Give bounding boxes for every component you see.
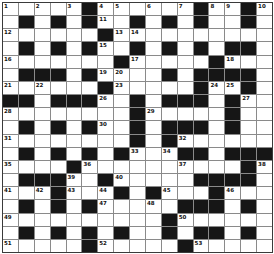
white-cell-r13c14[interactable] — [209, 161, 224, 173]
white-cell-r13c11[interactable] — [162, 161, 177, 173]
clue-number-53: 53 — [195, 240, 203, 246]
white-cell-r9c4[interactable] — [51, 108, 66, 120]
white-cell-r19c16[interactable] — [241, 240, 256, 252]
black-cell-r7c16 — [241, 82, 256, 94]
white-cell-r10c8[interactable] — [114, 121, 129, 133]
white-cell-r15c13[interactable] — [194, 187, 209, 199]
white-cell-r6c9[interactable] — [130, 69, 145, 81]
white-cell-r13c7[interactable] — [98, 161, 113, 173]
white-cell-r16c17[interactable] — [257, 200, 272, 212]
white-cell-r6c17[interactable] — [257, 69, 272, 81]
white-cell-r5c11[interactable] — [162, 56, 177, 68]
white-cell-r13c1[interactable]: 35 — [3, 161, 18, 173]
white-cell-r19c14[interactable] — [209, 240, 224, 252]
white-cell-r16c10[interactable]: 48 — [146, 200, 161, 212]
white-cell-r18c7[interactable] — [98, 227, 113, 239]
white-cell-r12c11[interactable]: 34 — [162, 148, 177, 160]
white-cell-r17c1[interactable]: 49 — [3, 214, 18, 226]
white-cell-r10c5[interactable] — [67, 121, 82, 133]
white-cell-r6c1[interactable] — [3, 69, 18, 81]
white-cell-r8c14[interactable] — [209, 95, 224, 107]
black-cell-r4c9 — [130, 42, 145, 54]
white-cell-r12c5[interactable] — [67, 148, 82, 160]
white-cell-r15c7[interactable]: 44 — [98, 187, 113, 199]
clue-number-5: 5 — [115, 3, 119, 9]
white-cell-r8c3[interactable] — [35, 95, 50, 107]
white-cell-r15c17[interactable] — [257, 187, 272, 199]
white-cell-r1c15[interactable]: 9 — [225, 3, 240, 15]
white-cell-r6c5[interactable] — [67, 69, 82, 81]
white-cell-r3c17[interactable] — [257, 29, 272, 41]
white-cell-r2c15[interactable] — [225, 16, 240, 28]
white-cell-r14c17[interactable] — [257, 174, 272, 186]
black-cell-r18c8 — [114, 227, 129, 239]
white-cell-r3c12[interactable] — [178, 29, 193, 41]
white-cell-r18c17[interactable] — [257, 227, 272, 239]
clue-number-51: 51 — [4, 240, 12, 246]
clue-number-29: 29 — [147, 108, 155, 114]
white-cell-r13c15[interactable] — [225, 161, 240, 173]
white-cell-r16c5[interactable] — [67, 200, 82, 212]
white-cell-r10c7[interactable]: 30 — [98, 121, 113, 133]
black-cell-r18c2 — [19, 227, 34, 239]
clue-number-16: 16 — [4, 56, 12, 62]
black-cell-r10c13 — [194, 121, 209, 133]
white-cell-r1c7[interactable]: 4 — [98, 3, 113, 15]
white-cell-r4c3[interactable] — [35, 42, 50, 54]
white-cell-r17c4[interactable] — [51, 214, 66, 226]
black-cell-r18c16 — [241, 227, 256, 239]
black-cell-r5c8 — [114, 56, 129, 68]
white-cell-r4c12[interactable] — [178, 42, 193, 54]
black-cell-r12c4 — [51, 148, 66, 160]
white-cell-r7c5[interactable] — [67, 82, 82, 94]
clue-number-14: 14 — [131, 29, 139, 35]
white-cell-r5c15[interactable]: 18 — [225, 56, 240, 68]
white-cell-r10c1[interactable] — [3, 121, 18, 133]
white-cell-r5c13[interactable] — [194, 56, 209, 68]
white-cell-r17c17[interactable] — [257, 214, 272, 226]
white-cell-r11c5[interactable] — [67, 135, 82, 147]
white-cell-r7c10[interactable] — [146, 82, 161, 94]
white-cell-r13c9[interactable] — [130, 161, 145, 173]
white-cell-r3c4[interactable] — [51, 29, 66, 41]
white-cell-r9c6[interactable] — [82, 108, 97, 120]
white-cell-r16c3[interactable] — [35, 200, 50, 212]
black-cell-r8c1 — [3, 95, 18, 107]
white-cell-r7c8[interactable]: 23 — [114, 82, 129, 94]
white-cell-r18c5[interactable] — [67, 227, 82, 239]
black-cell-r12c17 — [257, 148, 272, 160]
black-cell-r8c9 — [130, 95, 145, 107]
white-cell-r3c1[interactable]: 12 — [3, 29, 18, 41]
white-cell-r9c10[interactable]: 29 — [146, 108, 161, 120]
white-cell-r17c10[interactable] — [146, 214, 161, 226]
white-cell-r9c14[interactable] — [209, 108, 224, 120]
white-cell-r18c1[interactable] — [3, 227, 18, 239]
white-cell-r7c4[interactable] — [51, 82, 66, 94]
black-cell-r4c13 — [194, 42, 209, 54]
clue-number-10: 10 — [258, 3, 266, 9]
white-cell-r2c17[interactable] — [257, 16, 272, 28]
white-cell-r6c12[interactable] — [178, 69, 193, 81]
white-cell-r17c14[interactable] — [209, 214, 224, 226]
white-cell-r3c16[interactable] — [241, 29, 256, 41]
white-cell-r17c12[interactable]: 50 — [178, 214, 193, 226]
white-cell-r18c12[interactable] — [178, 227, 193, 239]
white-cell-r2c3[interactable] — [35, 16, 50, 28]
clue-number-23: 23 — [115, 82, 123, 88]
clue-number-37: 37 — [179, 161, 187, 167]
white-cell-r4c14[interactable] — [209, 42, 224, 54]
white-cell-r2c7[interactable]: 11 — [98, 16, 113, 28]
white-cell-r5c12[interactable] — [178, 56, 193, 68]
clue-number-31: 31 — [4, 135, 12, 141]
white-cell-r19c1[interactable]: 51 — [3, 240, 18, 252]
white-cell-r14c6[interactable] — [82, 174, 97, 186]
black-cell-r10c9 — [130, 121, 145, 133]
black-cell-r8c13 — [194, 95, 209, 107]
white-cell-r13c17[interactable]: 38 — [257, 161, 272, 173]
black-cell-r10c12 — [178, 121, 193, 133]
white-cell-r17c13[interactable] — [194, 214, 209, 226]
white-cell-r1c4[interactable] — [51, 3, 66, 15]
white-cell-r3c6[interactable] — [82, 29, 97, 41]
white-cell-r12c14[interactable] — [209, 148, 224, 160]
black-cell-r7c13 — [194, 82, 209, 94]
black-cell-r16c2 — [19, 200, 34, 212]
white-cell-r5c5[interactable] — [67, 56, 82, 68]
white-cell-r6c7[interactable]: 19 — [98, 69, 113, 81]
white-cell-r2c12[interactable] — [178, 16, 193, 28]
black-cell-r8c2 — [19, 95, 34, 107]
white-cell-r9c1[interactable]: 28 — [3, 108, 18, 120]
black-cell-r14c3 — [35, 174, 50, 186]
white-cell-r7c11[interactable] — [162, 82, 177, 94]
white-cell-r11c7[interactable] — [98, 135, 113, 147]
black-cell-r8c4 — [51, 95, 66, 107]
white-cell-r4c7[interactable]: 15 — [98, 42, 113, 54]
black-cell-r12c12 — [178, 148, 193, 160]
white-cell-r3c14[interactable] — [209, 29, 224, 41]
white-cell-r7c12[interactable] — [178, 82, 193, 94]
white-cell-r9c11[interactable] — [162, 108, 177, 120]
black-cell-r14c13 — [194, 174, 209, 186]
white-cell-r15c11[interactable]: 45 — [162, 187, 177, 199]
clue-number-35: 35 — [4, 161, 12, 167]
white-cell-r13c10[interactable] — [146, 161, 161, 173]
black-cell-r2c9 — [130, 16, 145, 28]
white-cell-r5c6[interactable] — [82, 56, 97, 68]
white-cell-r1c1[interactable]: 1 — [3, 3, 18, 15]
white-cell-r19c9[interactable] — [130, 240, 145, 252]
white-cell-r16c11[interactable] — [162, 200, 177, 212]
black-cell-r14c4 — [51, 174, 66, 186]
white-cell-r1c11[interactable] — [162, 3, 177, 15]
white-cell-r5c3[interactable] — [35, 56, 50, 68]
white-cell-r16c1[interactable] — [3, 200, 18, 212]
white-cell-r5c2[interactable] — [19, 56, 34, 68]
clue-number-30: 30 — [99, 121, 107, 127]
white-cell-r15c12[interactable] — [178, 187, 193, 199]
white-cell-r5c16[interactable] — [241, 56, 256, 68]
white-cell-r11c8[interactable] — [114, 135, 129, 147]
white-cell-r3c2[interactable] — [19, 29, 34, 41]
black-cell-r2c6 — [82, 16, 97, 28]
black-cell-r14c16 — [241, 174, 256, 186]
white-cell-r15c15[interactable]: 46 — [225, 187, 240, 199]
white-cell-r5c17[interactable] — [257, 56, 272, 68]
white-cell-r14c11[interactable] — [162, 174, 177, 186]
white-cell-r2c14[interactable] — [209, 16, 224, 28]
black-cell-r18c6 — [82, 227, 97, 239]
black-cell-r9c15 — [225, 108, 240, 120]
clue-number-25: 25 — [226, 82, 234, 88]
white-cell-r5c7[interactable] — [98, 56, 113, 68]
white-cell-r1c8[interactable]: 5 — [114, 3, 129, 15]
black-cell-r2c13 — [194, 16, 209, 28]
white-cell-r11c12[interactable]: 32 — [178, 135, 193, 147]
white-cell-r8c7[interactable]: 26 — [98, 95, 113, 107]
white-cell-r11c13[interactable] — [194, 135, 209, 147]
white-cell-r12c10[interactable] — [146, 148, 161, 160]
white-cell-r4c10[interactable] — [146, 42, 161, 54]
white-cell-r11c2[interactable] — [19, 135, 34, 147]
clue-number-19: 19 — [99, 69, 107, 75]
white-cell-r3c5[interactable] — [67, 29, 82, 41]
white-cell-r19c4[interactable] — [51, 240, 66, 252]
white-cell-r10c14[interactable] — [209, 121, 224, 133]
white-cell-r9c8[interactable] — [114, 108, 129, 120]
black-cell-r6c6 — [82, 69, 97, 81]
white-cell-r19c11[interactable] — [162, 240, 177, 252]
white-cell-r1c5[interactable]: 3 — [67, 3, 82, 15]
white-cell-r17c5[interactable] — [67, 214, 82, 226]
white-cell-r8c8[interactable] — [114, 95, 129, 107]
white-cell-r11c1[interactable]: 31 — [3, 135, 18, 147]
white-cell-r6c10[interactable] — [146, 69, 161, 81]
white-cell-r17c3[interactable] — [35, 214, 50, 226]
white-cell-r10c16[interactable] — [241, 121, 256, 133]
white-cell-r17c2[interactable] — [19, 214, 34, 226]
clue-number-52: 52 — [99, 240, 107, 246]
white-cell-r9c7[interactable] — [98, 108, 113, 120]
white-cell-r1c9[interactable] — [130, 3, 145, 15]
white-cell-r17c7[interactable] — [98, 214, 113, 226]
white-cell-r12c7[interactable] — [98, 148, 113, 160]
white-cell-r7c9[interactable] — [130, 82, 145, 94]
clue-number-17: 17 — [131, 56, 139, 62]
white-cell-r4c5[interactable] — [67, 42, 82, 54]
white-cell-r12c9[interactable]: 33 — [130, 148, 145, 160]
white-cell-r9c16[interactable] — [241, 108, 256, 120]
white-cell-r15c2[interactable] — [19, 187, 34, 199]
white-cell-r10c3[interactable] — [35, 121, 50, 133]
white-cell-r13c4[interactable] — [51, 161, 66, 173]
white-cell-r2c10[interactable] — [146, 16, 161, 28]
white-cell-r11c4[interactable] — [51, 135, 66, 147]
white-cell-r6c8[interactable]: 20 — [114, 69, 129, 81]
white-cell-r14c1[interactable] — [3, 174, 18, 186]
black-cell-r11c11 — [162, 135, 177, 147]
white-cell-r7c1[interactable]: 21 — [3, 82, 18, 94]
white-cell-r14c10[interactable] — [146, 174, 161, 186]
white-cell-r19c2[interactable] — [19, 240, 34, 252]
white-cell-r17c16[interactable] — [241, 214, 256, 226]
black-cell-r14c14 — [209, 174, 224, 186]
black-cell-r16c14 — [209, 200, 224, 212]
clue-number-1: 1 — [4, 3, 8, 9]
white-cell-r7c17[interactable] — [257, 82, 272, 94]
black-cell-r19c6 — [82, 240, 97, 252]
white-cell-r7c2[interactable] — [19, 82, 34, 94]
white-cell-r11c10[interactable] — [146, 135, 161, 147]
white-cell-r3c11[interactable] — [162, 29, 177, 41]
white-cell-r1c14[interactable]: 8 — [209, 3, 224, 15]
white-cell-r11c6[interactable] — [82, 135, 97, 147]
white-cell-r5c1[interactable]: 16 — [3, 56, 18, 68]
white-cell-r2c1[interactable] — [3, 16, 18, 28]
white-cell-r19c7[interactable]: 52 — [98, 240, 113, 252]
white-cell-r15c5[interactable]: 43 — [67, 187, 82, 199]
white-cell-r4c17[interactable] — [257, 42, 272, 54]
white-cell-r14c5[interactable]: 39 — [67, 174, 82, 186]
white-cell-r16c7[interactable]: 47 — [98, 200, 113, 212]
clue-number-44: 44 — [99, 187, 107, 193]
white-cell-r18c9[interactable] — [130, 227, 145, 239]
white-cell-r12c3[interactable] — [35, 148, 50, 160]
black-cell-r15c4 — [51, 187, 66, 199]
black-cell-r12c13 — [194, 148, 209, 160]
white-cell-r16c8[interactable] — [114, 200, 129, 212]
white-cell-r3c9[interactable]: 14 — [130, 29, 145, 41]
clue-number-20: 20 — [115, 69, 123, 75]
white-cell-r3c8[interactable]: 13 — [114, 29, 129, 41]
white-cell-r18c3[interactable] — [35, 227, 50, 239]
white-cell-r19c15[interactable] — [225, 240, 240, 252]
white-cell-r15c16[interactable] — [241, 187, 256, 199]
white-cell-r11c16[interactable] — [241, 135, 256, 147]
white-cell-r15c3[interactable]: 42 — [35, 187, 50, 199]
white-cell-r7c15[interactable]: 25 — [225, 82, 240, 94]
white-cell-r19c5[interactable] — [67, 240, 82, 252]
white-cell-r5c4[interactable] — [51, 56, 66, 68]
white-cell-r16c9[interactable] — [130, 200, 145, 212]
white-cell-r14c9[interactable] — [130, 174, 145, 186]
white-cell-r5c9[interactable]: 17 — [130, 56, 145, 68]
black-cell-r15c8 — [114, 187, 129, 199]
clue-number-11: 11 — [99, 16, 107, 22]
white-cell-r11c17[interactable] — [257, 135, 272, 147]
white-cell-r1c3[interactable]: 2 — [35, 3, 50, 15]
white-cell-r19c10[interactable] — [146, 240, 161, 252]
white-cell-r11c14[interactable] — [209, 135, 224, 147]
white-cell-r9c5[interactable] — [67, 108, 82, 120]
black-cell-r6c2 — [19, 69, 34, 81]
white-cell-r2c5[interactable] — [67, 16, 82, 28]
white-cell-r11c3[interactable] — [35, 135, 50, 147]
white-cell-r19c13[interactable]: 53 — [194, 240, 209, 252]
white-cell-r10c17[interactable] — [257, 121, 272, 133]
white-cell-r3c13[interactable] — [194, 29, 209, 41]
white-cell-r8c10[interactable] — [146, 95, 161, 107]
white-cell-r9c2[interactable] — [19, 108, 34, 120]
white-cell-r19c3[interactable] — [35, 240, 50, 252]
clue-number-47: 47 — [99, 200, 107, 206]
white-cell-r3c10[interactable] — [146, 29, 161, 41]
black-cell-r9c9 — [130, 108, 145, 120]
white-cell-r17c15[interactable] — [225, 214, 240, 226]
white-cell-r7c3[interactable]: 22 — [35, 82, 50, 94]
white-cell-r13c12[interactable]: 37 — [178, 161, 193, 173]
white-cell-r4c8[interactable] — [114, 42, 129, 54]
white-cell-r14c12[interactable] — [178, 174, 193, 186]
white-cell-r17c6[interactable] — [82, 214, 97, 226]
white-cell-r15c9[interactable] — [130, 187, 145, 199]
white-cell-r18c15[interactable] — [225, 227, 240, 239]
white-cell-r4c1[interactable] — [3, 42, 18, 54]
white-cell-r11c15[interactable] — [225, 135, 240, 147]
white-cell-r12c1[interactable] — [3, 148, 18, 160]
white-cell-r1c10[interactable]: 6 — [146, 3, 161, 15]
white-cell-r8c17[interactable] — [257, 95, 272, 107]
white-cell-r13c2[interactable] — [19, 161, 34, 173]
white-cell-r17c9[interactable] — [130, 214, 145, 226]
black-cell-r8c5 — [67, 95, 82, 107]
white-cell-r3c15[interactable] — [225, 29, 240, 41]
white-cell-r1c2[interactable] — [19, 3, 34, 15]
white-cell-r2c8[interactable] — [114, 16, 129, 28]
white-cell-r19c8[interactable] — [114, 240, 129, 252]
white-cell-r1c12[interactable]: 7 — [178, 3, 193, 15]
white-cell-r14c8[interactable]: 40 — [114, 174, 129, 186]
clue-number-24: 24 — [210, 82, 218, 88]
white-cell-r7c6[interactable] — [82, 82, 97, 94]
black-cell-r12c6 — [82, 148, 97, 160]
white-cell-r15c1[interactable]: 41 — [3, 187, 18, 199]
white-cell-r18c10[interactable] — [146, 227, 161, 239]
white-cell-r13c6[interactable]: 36 — [82, 161, 97, 173]
white-cell-r13c13[interactable] — [194, 161, 209, 173]
black-cell-r18c14 — [209, 227, 224, 239]
white-cell-r13c8[interactable] — [114, 161, 129, 173]
clue-number-32: 32 — [179, 135, 187, 141]
white-cell-r5c10[interactable] — [146, 56, 161, 68]
black-cell-r16c13 — [194, 200, 209, 212]
white-cell-r7c14[interactable]: 24 — [209, 82, 224, 94]
white-cell-r9c12[interactable] — [178, 108, 193, 120]
black-cell-r14c2 — [19, 174, 34, 186]
white-cell-r9c17[interactable] — [257, 108, 272, 120]
white-cell-r9c13[interactable] — [194, 108, 209, 120]
black-cell-r4c6 — [82, 42, 97, 54]
white-cell-r16c15[interactable] — [225, 200, 240, 212]
white-cell-r3c3[interactable] — [35, 29, 50, 41]
black-cell-r4c2 — [19, 42, 34, 54]
white-cell-r8c16[interactable]: 27 — [241, 95, 256, 107]
clue-number-13: 13 — [115, 29, 123, 35]
white-cell-r17c8[interactable] — [114, 214, 129, 226]
white-cell-r15c6[interactable] — [82, 187, 97, 199]
white-cell-r10c10[interactable] — [146, 121, 161, 133]
white-cell-r9c3[interactable] — [35, 108, 50, 120]
clue-number-45: 45 — [163, 187, 171, 193]
white-cell-r1c17[interactable]: 10 — [257, 3, 272, 15]
white-cell-r13c3[interactable] — [35, 161, 50, 173]
white-cell-r19c17[interactable] — [257, 240, 272, 252]
black-cell-r18c11 — [162, 227, 177, 239]
black-cell-r10c11 — [162, 121, 177, 133]
